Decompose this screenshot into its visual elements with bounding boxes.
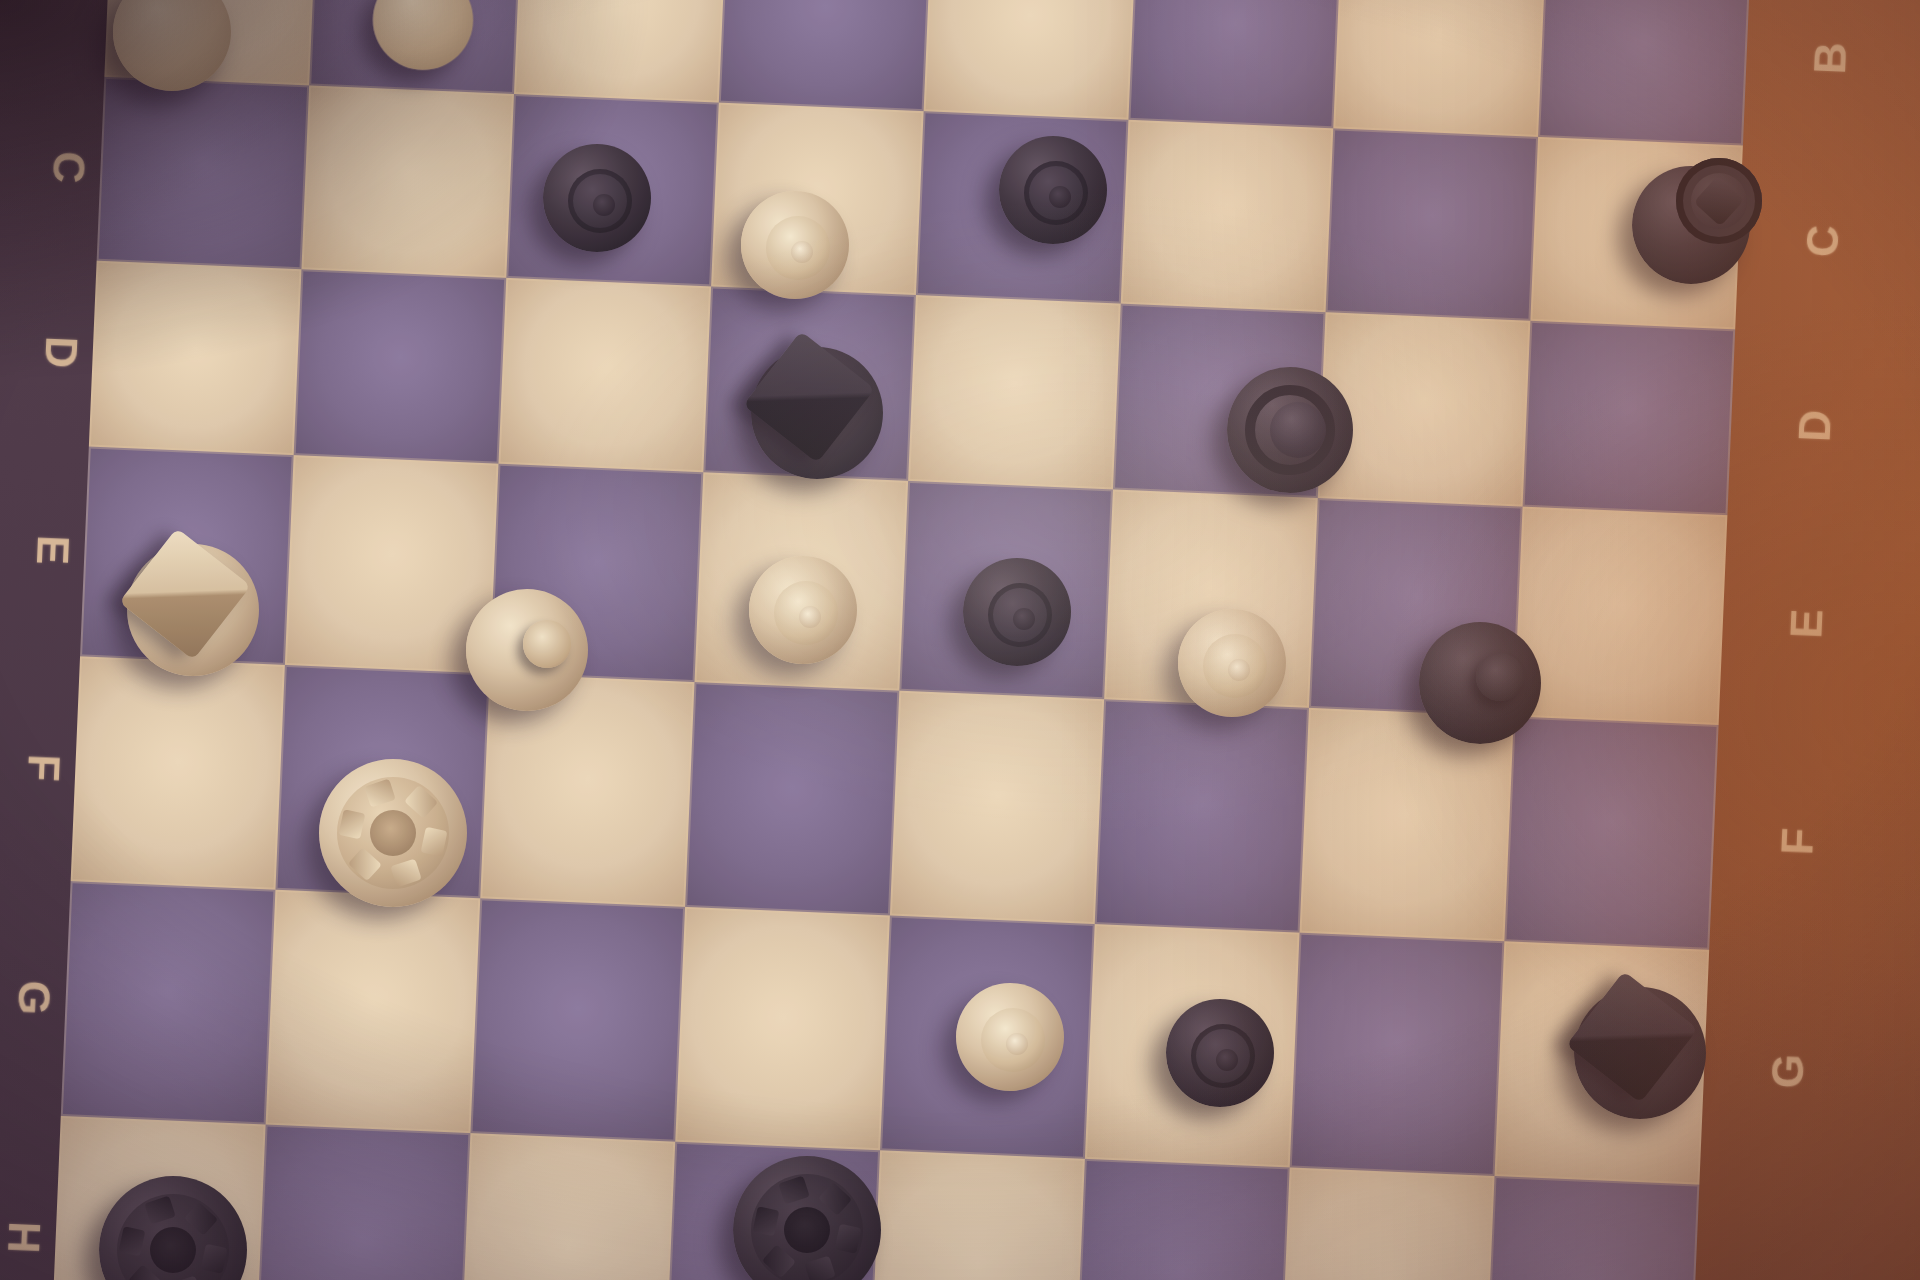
- white-rook-f2-well: [370, 810, 416, 856]
- black-pawn-c5-tip: [1049, 186, 1071, 208]
- black-rook-h4: [731, 1154, 883, 1280]
- black-rook-h4-well: [784, 1207, 830, 1253]
- black-queen-d6: [1226, 366, 1354, 494]
- white-pawn-g5: [955, 982, 1065, 1092]
- white-bishop-e1: [118, 535, 268, 685]
- black-pawn-c3-tip: [593, 194, 615, 216]
- white-pawn-e4-tip: [799, 606, 821, 628]
- pieces-layer: [0, 0, 1920, 1280]
- black-pawn-g6-tip: [1216, 1049, 1238, 1071]
- black-king-c8: [1627, 147, 1767, 287]
- white-knight-e3-stub: [523, 620, 571, 668]
- black-bishop-d4: [742, 338, 892, 488]
- white-queen-b1: [107, 0, 237, 118]
- black-queen-d6-ball: [1270, 402, 1326, 458]
- black-pawn-g6: [1165, 998, 1275, 1108]
- black-rook-h1: [97, 1174, 249, 1280]
- black-knight-e7-stub: [1476, 653, 1524, 701]
- black-bishop-g8: [1565, 978, 1715, 1128]
- white-pawn-g5-tip: [1006, 1033, 1028, 1055]
- white-pawn-e6: [1177, 608, 1287, 718]
- black-pawn-e5: [962, 557, 1072, 667]
- white-queen-b1-flared-base: [113, 0, 231, 91]
- black-pawn-c5: [998, 135, 1108, 245]
- white-king-b2-flared-base: [373, 0, 473, 70]
- white-pawn-e6-tip: [1228, 659, 1250, 681]
- black-rook-h1-well: [150, 1227, 196, 1273]
- white-pawn-c4: [740, 190, 850, 300]
- white-knight-e3: [465, 588, 589, 712]
- white-pawn-e4: [748, 555, 858, 665]
- white-pawn-c4-tip: [791, 241, 813, 263]
- black-pawn-e5-tip: [1013, 608, 1035, 630]
- white-king-b2: [368, 0, 479, 93]
- black-knight-e7: [1418, 621, 1542, 745]
- black-pawn-c3: [542, 143, 652, 253]
- white-rook-f2: [317, 757, 469, 909]
- board-photo: C D E F G H B C D E F G: [0, 0, 1920, 1280]
